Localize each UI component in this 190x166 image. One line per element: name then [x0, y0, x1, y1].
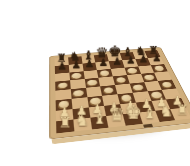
- chess-board: ♜♞♝♛♚♝♞♜♟♟♟♟♟♟♟♟♟♟♟♟♟♟♟♟♜♞♝♛♚♝♞♜: [49, 47, 190, 140]
- piece-white-bishop-c1: ♝: [90, 111, 110, 127]
- piece-white-knight-b1: ♞: [72, 113, 93, 129]
- piece-white-rook-a1: ♜: [55, 116, 75, 131]
- product-photo: ♜♞♝♛♚♝♞♜♟♟♟♟♟♟♟♟♟♟♟♟♟♟♟♟♜♞♝♛♚♝♞♜ Overhea…: [40, 16, 190, 166]
- photo-caption: Overhead angled photo of a wooden chess …: [40, 16, 41, 17]
